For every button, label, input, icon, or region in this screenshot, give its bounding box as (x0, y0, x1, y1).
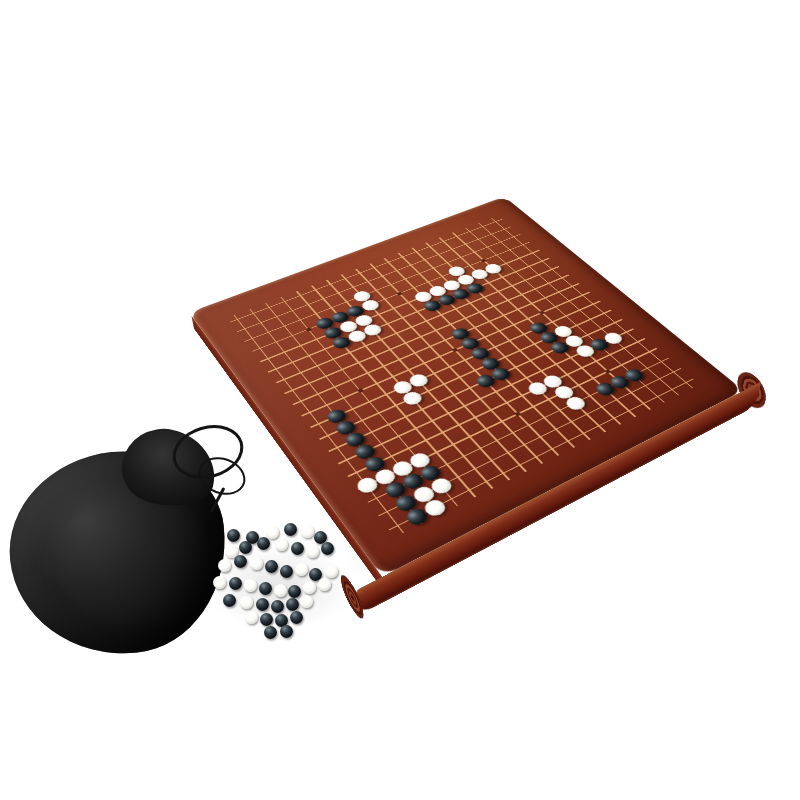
black-stone (399, 471, 427, 492)
pile-black-stone (259, 582, 272, 595)
pile-black-stone (229, 577, 242, 590)
star-point (595, 363, 621, 380)
star-point-dot (396, 292, 402, 296)
black-stone-glyph (333, 419, 357, 437)
pile-black-stone (260, 613, 273, 626)
black-stone (416, 463, 444, 484)
pile-white-stone (213, 576, 226, 589)
white-stone-glyph (525, 380, 549, 396)
white-stone-glyph (428, 476, 454, 496)
pile-black-stone (265, 560, 278, 573)
star-point-dot (416, 457, 424, 463)
pile-white-stone (301, 525, 314, 538)
black-stone-glyph (393, 493, 419, 513)
pile-black-stone (256, 598, 269, 611)
white-stone (562, 394, 589, 412)
pile-white-stone (325, 565, 338, 578)
white-stone-glyph (411, 484, 437, 504)
pile-white-stone (244, 579, 257, 592)
white-stone-glyph (407, 451, 432, 470)
white-stone (427, 475, 455, 497)
pile-black-stone (234, 555, 247, 568)
pile-black-stone (271, 600, 284, 613)
pile-black-stone (286, 598, 299, 611)
white-stone (406, 372, 432, 390)
black-stone (342, 430, 369, 450)
pile-black-stone (239, 541, 252, 554)
star-point (530, 305, 554, 320)
black-stone-glyph (608, 374, 632, 390)
pile-black-stone (290, 611, 303, 624)
white-stone (399, 389, 425, 407)
white-stone (420, 497, 449, 519)
pile-black-stone (291, 542, 304, 555)
white-stone (371, 466, 399, 487)
black-stone-glyph (479, 356, 502, 372)
black-stone (332, 418, 359, 437)
pile-white-stone (274, 584, 287, 597)
black-stone-glyph (400, 472, 426, 492)
white-stone-glyph (372, 467, 398, 486)
black-stone-glyph (417, 463, 443, 482)
black-stone (606, 373, 632, 391)
star-point-dot (539, 311, 546, 315)
white-stone (353, 475, 381, 496)
pile-black-stone (280, 625, 293, 638)
black-stone-glyph (593, 381, 617, 397)
go-board-grid (226, 216, 700, 538)
pile-white-stone (300, 595, 313, 608)
white-stone-glyph (552, 384, 576, 400)
pile-white-stone (240, 596, 253, 609)
white-stone (406, 450, 434, 471)
black-stone (478, 355, 503, 372)
pile-black-stone (280, 565, 293, 578)
black-stone (592, 380, 618, 398)
black-stone (488, 365, 514, 382)
pile-black-stone (284, 523, 297, 536)
pile-white-stone (266, 526, 279, 539)
white-stone (388, 458, 416, 479)
white-stone-glyph (390, 459, 415, 478)
pile-black-stone (227, 529, 240, 542)
pile-white-stone (306, 545, 319, 558)
black-stone (351, 442, 378, 462)
pile-black-stone (257, 537, 270, 550)
pile-black-stone (264, 626, 277, 639)
white-stone-glyph (391, 379, 415, 395)
product-photo-stage (0, 0, 800, 800)
pile-white-stone (245, 611, 258, 624)
black-stone-glyph (343, 431, 368, 449)
star-point-dot (306, 327, 313, 331)
white-stone (409, 484, 438, 506)
pile-white-stone (303, 581, 316, 594)
black-stone (381, 479, 409, 501)
pile-white-stone (318, 578, 331, 591)
pile-black-stone (321, 542, 334, 555)
star-point (388, 286, 411, 301)
go-board (189, 196, 743, 576)
pile-white-stone (275, 538, 288, 551)
white-stone (390, 379, 416, 397)
star-point (504, 405, 531, 424)
white-stone-glyph (540, 374, 564, 390)
white-stone-glyph (421, 498, 448, 519)
black-stone-glyph (489, 366, 513, 382)
black-stone (472, 372, 498, 390)
pile-black-stone (288, 585, 301, 598)
star-point-dot (452, 348, 459, 353)
black-stone-glyph (362, 455, 387, 474)
pile-white-stone (295, 563, 308, 576)
pile-white-stone (218, 559, 231, 572)
star-point-dot (481, 259, 487, 263)
star-point-dot (604, 369, 611, 374)
black-stone (323, 407, 349, 426)
black-stone (402, 505, 431, 528)
black-stone-glyph (474, 373, 498, 389)
black-stone-glyph (382, 480, 408, 500)
black-stone-glyph (403, 506, 430, 527)
star-point-dot (357, 388, 364, 393)
white-stone (524, 380, 550, 398)
black-stone-glyph (622, 367, 646, 383)
black-stone (621, 367, 647, 384)
black-stone (361, 454, 389, 475)
black-stone (392, 492, 421, 514)
white-stone (551, 383, 577, 401)
star-point (348, 382, 374, 400)
pile-white-stone (250, 557, 263, 570)
star-point (406, 450, 434, 471)
black-stone-glyph (324, 408, 348, 425)
white-stone-glyph (400, 390, 424, 407)
board-top-surface (189, 196, 743, 576)
black-stone-glyph (352, 443, 377, 462)
white-stone-glyph (354, 475, 380, 495)
white-stone (539, 373, 565, 391)
white-stone-glyph (407, 372, 430, 388)
pile-black-stone (223, 594, 236, 607)
white-stone-glyph (563, 395, 588, 412)
star-point-dot (514, 411, 521, 416)
